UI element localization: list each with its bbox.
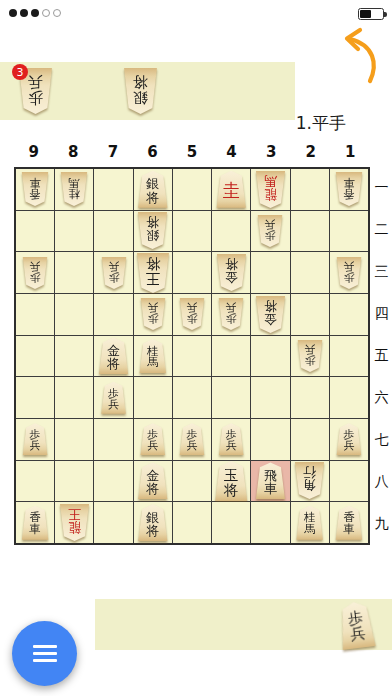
piece-kanji: 将 (225, 258, 238, 271)
piece-kanji: 兵 (147, 302, 158, 313)
piece-kanji: 車 (343, 524, 355, 536)
rank-label: 五 (372, 335, 391, 377)
piece-kanji: 兵 (30, 260, 41, 271)
rank-labels: 一二三四五六七八九 (372, 167, 391, 545)
square-9-7[interactable]: 歩兵 (16, 419, 54, 460)
square-4-1[interactable]: 圭 (212, 169, 250, 210)
signal-dot-empty (53, 9, 61, 17)
piece-kanji: 金 (264, 313, 277, 326)
piece-kanji: 金 (225, 271, 238, 284)
rank-label: 四 (372, 293, 391, 335)
piece-kanji: 兵 (343, 440, 354, 451)
piece-kanji: 歩 (28, 89, 43, 104)
piece-kanji: 馬 (304, 524, 316, 536)
square-5-7[interactable]: 歩兵 (173, 419, 211, 460)
rank-label: 三 (372, 251, 391, 293)
shogi-piece-歩兵[interactable]: 歩兵 (336, 423, 362, 455)
piece-kanji: 兵 (186, 440, 197, 451)
piece-kanji: 歩 (265, 230, 276, 241)
square-3-3[interactable] (251, 252, 289, 293)
square-7-8[interactable] (94, 461, 132, 502)
shogi-piece-歩兵[interactable]: 歩兵 (140, 423, 166, 455)
square-6-2[interactable]: 銀将 (134, 211, 172, 252)
piece-kanji: 将 (146, 482, 159, 495)
shogi-piece-桂馬[interactable]: 桂馬 (296, 506, 324, 540)
piece-kanji: 将 (264, 300, 277, 313)
shogi-piece-王将[interactable]: 王将 (136, 253, 170, 293)
square-2-1[interactable] (291, 169, 329, 210)
file-label: 8 (54, 143, 94, 165)
piece-kanji: 香 (343, 188, 355, 200)
battery-icon (358, 8, 384, 20)
square-6-4[interactable]: 歩兵 (134, 294, 172, 335)
piece-kanji: 馬 (69, 176, 81, 188)
shogi-piece-銀将[interactable]: 銀将 (137, 212, 168, 249)
square-4-4[interactable]: 歩兵 (212, 294, 250, 335)
square-7-6[interactable]: 歩兵 (94, 377, 132, 418)
piece-kanji: 将 (146, 191, 159, 204)
piece-kanji: 車 (29, 176, 41, 188)
sente-captured-tray[interactable]: 歩兵 (95, 599, 392, 650)
signal-dot-filled (9, 9, 17, 17)
shogi-piece-歩兵[interactable]: 歩兵 (101, 257, 127, 289)
square-2-2[interactable] (291, 211, 329, 252)
piece-kanji: 飛 (264, 469, 277, 482)
piece-kanji: 兵 (226, 302, 237, 313)
undo-arrow-icon[interactable] (328, 26, 380, 84)
square-3-5[interactable] (251, 336, 289, 377)
piece-kanji: 香 (29, 188, 41, 200)
battery-fill (360, 10, 371, 18)
square-1-4[interactable] (330, 294, 368, 335)
piece-kanji: 兵 (30, 440, 41, 451)
file-label: 7 (93, 143, 133, 165)
piece-kanji: 兵 (28, 74, 43, 89)
square-5-9[interactable] (173, 502, 211, 543)
square-5-4[interactable]: 歩兵 (173, 294, 211, 335)
square-9-8[interactable] (16, 461, 54, 502)
shogi-piece-香車[interactable]: 香車 (335, 172, 363, 206)
signal-dot-empty (42, 9, 50, 17)
square-2-3[interactable] (291, 252, 329, 293)
shogi-piece-香車[interactable]: 香車 (335, 506, 363, 540)
shogi-piece-桂馬[interactable]: 桂馬 (60, 172, 88, 206)
shogi-piece-金将[interactable]: 金将 (255, 296, 286, 333)
rank-label: 八 (372, 461, 391, 503)
square-3-6[interactable] (251, 377, 289, 418)
square-7-5[interactable]: 金将 (94, 336, 132, 377)
signal-dot-filled (20, 9, 28, 17)
square-2-5[interactable]: 歩兵 (291, 336, 329, 377)
square-1-2[interactable] (330, 211, 368, 252)
shogi-piece-玉将[interactable]: 玉将 (214, 461, 248, 501)
battery-cap (384, 12, 387, 17)
shogi-piece-歩兵[interactable]: 歩兵 (101, 382, 127, 414)
shogi-piece-銀将[interactable]: 銀将 (123, 68, 158, 114)
square-2-9[interactable]: 桂馬 (291, 502, 329, 543)
square-5-3[interactable] (173, 252, 211, 293)
square-1-8[interactable] (330, 461, 368, 502)
piece-kanji: 兵 (343, 260, 354, 271)
rank-label: 七 (372, 419, 391, 461)
square-1-9[interactable]: 香車 (330, 502, 368, 543)
square-4-3[interactable]: 金将 (212, 252, 250, 293)
piece-kanji: 車 (264, 482, 277, 495)
square-3-9[interactable] (251, 502, 289, 543)
piece-kanji: 兵 (108, 260, 119, 271)
shogi-piece-香車[interactable]: 香車 (21, 506, 49, 540)
square-4-9[interactable] (212, 502, 250, 543)
square-4-5[interactable] (212, 336, 250, 377)
square-6-6[interactable] (134, 377, 172, 418)
square-7-1[interactable] (94, 169, 132, 210)
piece-kanji: 歩 (304, 355, 315, 366)
piece-kanji: 王 (146, 271, 161, 286)
square-7-9[interactable] (94, 502, 132, 543)
file-label: 1 (330, 143, 370, 165)
square-2-7[interactable] (291, 419, 329, 460)
menu-fab-button[interactable] (12, 621, 77, 686)
shogi-piece-銀将[interactable]: 銀将 (137, 504, 168, 541)
signal-dot-filled (31, 9, 39, 17)
square-3-7[interactable] (251, 419, 289, 460)
piece-kanji: 歩 (108, 272, 119, 283)
piece-kanji: 兵 (349, 626, 366, 643)
shogi-piece-龍王[interactable]: 龍王 (59, 504, 90, 541)
square-5-8[interactable] (173, 461, 211, 502)
square-8-1[interactable]: 桂馬 (55, 169, 93, 210)
piece-kanji: 馬 (264, 175, 277, 188)
square-6-7[interactable]: 歩兵 (134, 419, 172, 460)
piece-kanji: 馬 (147, 357, 159, 369)
square-8-3[interactable] (55, 252, 93, 293)
rank-label: 九 (372, 503, 391, 545)
shogi-piece-飛車[interactable]: 飛車 (255, 462, 286, 499)
piece-kanji: 歩 (147, 313, 158, 324)
square-6-1[interactable]: 銀将 (134, 169, 172, 210)
shogi-piece-桂馬[interactable]: 桂馬 (139, 339, 167, 373)
square-9-4[interactable] (16, 294, 54, 335)
square-3-1[interactable]: 龍馬 (251, 169, 289, 210)
square-2-8[interactable]: 角行 (291, 461, 329, 502)
file-label: 6 (133, 143, 173, 165)
piece-kanji: 桂 (69, 188, 81, 200)
square-8-4[interactable] (55, 294, 93, 335)
shogi-piece-金将[interactable]: 金将 (98, 337, 129, 374)
shogi-piece-歩兵[interactable]: 歩兵 (336, 257, 362, 289)
board-grid[interactable]: 香車桂馬銀将圭龍馬香車銀将歩兵歩兵歩兵王将金将歩兵歩兵歩兵歩兵金将金将桂馬歩兵歩… (14, 167, 370, 545)
square-6-5[interactable]: 桂馬 (134, 336, 172, 377)
piece-kanji: 銀 (146, 177, 159, 190)
square-7-4[interactable] (94, 294, 132, 335)
square-1-7[interactable]: 歩兵 (330, 419, 368, 460)
square-9-1[interactable]: 香車 (16, 169, 54, 210)
square-2-6[interactable] (291, 377, 329, 418)
square-4-8[interactable]: 玉将 (212, 461, 250, 502)
piece-kanji: 兵 (147, 440, 158, 451)
shogi-piece-歩兵[interactable]: 歩兵 (179, 298, 205, 330)
square-4-7[interactable]: 歩兵 (212, 419, 250, 460)
piece-kanji: 兵 (108, 399, 119, 410)
square-1-5[interactable] (330, 336, 368, 377)
file-label: 2 (291, 143, 331, 165)
square-9-6[interactable] (16, 377, 54, 418)
square-1-1[interactable]: 香車 (330, 169, 368, 210)
file-labels: 987654321 (14, 143, 370, 165)
piece-kanji: 行 (303, 466, 316, 479)
rank-label: 一 (372, 167, 391, 209)
piece-kanji: 金 (146, 469, 159, 482)
square-9-5[interactable] (16, 336, 54, 377)
piece-kanji: 銀 (146, 230, 159, 243)
piece-kanji: 銀 (146, 511, 159, 524)
shogi-piece-歩兵[interactable]: 歩兵 (297, 340, 323, 372)
square-9-3[interactable]: 歩兵 (16, 252, 54, 293)
square-8-8[interactable] (55, 461, 93, 502)
square-6-3[interactable]: 王将 (134, 252, 172, 293)
hand-piece-歩兵[interactable]: 歩兵3 (18, 68, 53, 114)
square-5-1[interactable] (173, 169, 211, 210)
piece-kanji: 銀 (133, 89, 148, 104)
file-label: 3 (251, 143, 291, 165)
shogi-piece-歩兵[interactable]: 歩兵 (218, 423, 244, 455)
hamburger-icon (33, 645, 57, 648)
square-5-2[interactable] (173, 211, 211, 252)
piece-kanji: 王 (68, 508, 81, 521)
piece-kanji: 龍 (68, 521, 81, 534)
rank-label: 二 (372, 209, 391, 251)
piece-kanji: 金 (107, 344, 120, 357)
piece-kanji: 圭 (223, 182, 240, 199)
square-6-8[interactable]: 金将 (134, 461, 172, 502)
shogi-piece-歩兵[interactable]: 歩兵 (140, 298, 166, 330)
square-8-5[interactable] (55, 336, 93, 377)
square-3-8[interactable]: 飛車 (251, 461, 289, 502)
hand-piece-銀将[interactable]: 銀将 (123, 68, 158, 114)
piece-kanji: 将 (224, 483, 239, 498)
piece-kanji: 角 (303, 480, 316, 493)
square-3-2[interactable]: 歩兵 (251, 211, 289, 252)
hand-count-badge: 3 (12, 64, 28, 80)
piece-kanji: 歩 (30, 272, 41, 283)
piece-kanji: 車 (29, 524, 41, 536)
rank-label: 六 (372, 377, 391, 419)
square-6-9[interactable]: 銀将 (134, 502, 172, 543)
piece-kanji: 歩 (186, 313, 197, 324)
square-8-9[interactable]: 龍王 (55, 502, 93, 543)
status-bar (0, 0, 392, 26)
shogi-piece-歩兵[interactable]: 歩兵 (336, 600, 376, 650)
square-3-4[interactable]: 金将 (251, 294, 289, 335)
piece-kanji: 車 (343, 176, 355, 188)
square-7-2[interactable] (94, 211, 132, 252)
square-5-5[interactable] (173, 336, 211, 377)
piece-kanji: 兵 (304, 344, 315, 355)
piece-kanji: 歩 (226, 313, 237, 324)
shogi-piece-歩兵[interactable]: 歩兵 (22, 423, 48, 455)
gote-captured-tray[interactable]: 歩兵3銀将 (0, 62, 295, 120)
shogi-piece-角行[interactable]: 角行 (294, 462, 325, 499)
shogi-app-screen: 歩兵3銀将 1.平手 987654321 一二三四五六七八九 香車桂馬銀将圭龍馬… (0, 0, 392, 696)
piece-kanji: 将 (146, 216, 159, 229)
square-1-3[interactable]: 歩兵 (330, 252, 368, 293)
signal-dots-icon (9, 9, 61, 17)
square-7-7[interactable] (94, 419, 132, 460)
square-4-6[interactable] (212, 377, 250, 418)
shogi-piece-金将[interactable]: 金将 (216, 254, 247, 291)
shogi-piece-香車[interactable]: 香車 (21, 172, 49, 206)
file-label: 9 (14, 143, 54, 165)
move-label: 1.平手 (296, 112, 346, 135)
square-8-7[interactable] (55, 419, 93, 460)
shogi-piece-金将[interactable]: 金将 (137, 462, 168, 499)
piece-kanji: 将 (146, 256, 161, 271)
shogi-piece-龍馬[interactable]: 龍馬 (255, 171, 286, 208)
shogi-piece-銀将[interactable]: 銀将 (137, 171, 168, 208)
piece-kanji: 玉 (224, 468, 239, 483)
piece-kanji: 兵 (226, 440, 237, 451)
square-2-4[interactable] (291, 294, 329, 335)
square-7-3[interactable]: 歩兵 (94, 252, 132, 293)
file-label: 4 (212, 143, 252, 165)
piece-kanji: 将 (107, 357, 120, 370)
hand-piece-歩兵[interactable]: 歩兵 (336, 600, 376, 650)
piece-kanji: 将 (133, 74, 148, 89)
shogi-piece-歩兵[interactable]: 歩兵 (22, 257, 48, 289)
square-1-6[interactable] (330, 377, 368, 418)
shogi-piece-歩兵[interactable]: 歩兵 (179, 423, 205, 455)
file-label: 5 (172, 143, 212, 165)
shogi-piece-歩兵[interactable]: 歩兵 (218, 298, 244, 330)
piece-kanji: 将 (146, 524, 159, 537)
piece-kanji: 龍 (264, 188, 277, 201)
piece-kanji: 兵 (186, 302, 197, 313)
piece-kanji: 兵 (265, 219, 276, 230)
shogi-piece-歩兵[interactable]: 歩兵 (257, 215, 283, 247)
square-8-6[interactable] (55, 377, 93, 418)
square-5-6[interactable] (173, 377, 211, 418)
square-9-9[interactable]: 香車 (16, 502, 54, 543)
square-4-2[interactable] (212, 211, 250, 252)
shogi-piece-圭[interactable]: 圭 (216, 171, 247, 208)
square-8-2[interactable] (55, 211, 93, 252)
square-9-2[interactable] (16, 211, 54, 252)
piece-kanji: 歩 (343, 272, 354, 283)
